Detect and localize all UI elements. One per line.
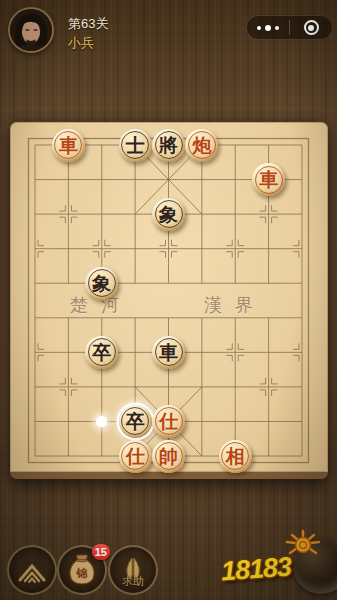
piece-character: 車 [259, 170, 278, 189]
piece-character: 卒 [92, 343, 111, 362]
avatar-portrait [10, 9, 52, 51]
level-label: 第63关 [68, 15, 108, 33]
piece-red-仕[interactable]: 仕 [152, 405, 185, 438]
piece-character: 帥 [159, 447, 178, 466]
player-name-label: 小兵 [68, 34, 94, 52]
piece-red-相[interactable]: 相 [219, 440, 252, 473]
hint-bag-char: 锦 [77, 565, 88, 580]
piece-red-車[interactable]: 車 [52, 129, 85, 162]
xiangqi-board[interactable]: 楚河 漢界 車士將炮車象象卒車卒仕仕帥相 [10, 122, 328, 479]
help-label: 求助 [122, 574, 144, 589]
piece-red-車[interactable]: 車 [252, 163, 285, 196]
miniprogram-capsule [246, 15, 333, 40]
player-avatar[interactable] [8, 7, 54, 53]
piece-character: 仕 [159, 412, 178, 431]
piece-red-炮[interactable]: 炮 [185, 129, 218, 162]
xiangqi-app: 第63关 小兵 楚河 漢界 車士將炮車象象卒車卒仕仕帥相 锦 15 [0, 0, 337, 600]
exit-button[interactable] [290, 16, 332, 39]
piece-character: 象 [159, 205, 178, 224]
piece-black-將[interactable]: 將 [152, 129, 185, 162]
exit-target-icon [304, 20, 319, 35]
piece-character: 車 [59, 136, 78, 155]
piece-black-士[interactable]: 士 [119, 129, 152, 162]
piece-black-卒[interactable]: 卒 [119, 405, 152, 438]
piece-character: 卒 [126, 412, 145, 431]
more-button[interactable] [247, 16, 289, 39]
piece-black-象[interactable]: 象 [85, 267, 118, 300]
piece-character: 士 [126, 136, 145, 155]
piece-red-帥[interactable]: 帥 [152, 440, 185, 473]
piece-character: 將 [159, 136, 178, 155]
piece-character: 相 [226, 447, 245, 466]
help-button[interactable]: 求助 [108, 545, 158, 595]
piece-character: 仕 [126, 447, 145, 466]
piece-black-車[interactable]: 車 [152, 336, 185, 369]
hint-count-badge: 15 [92, 544, 110, 560]
piece-black-卒[interactable]: 卒 [85, 336, 118, 369]
piece-red-仕[interactable]: 仕 [119, 440, 152, 473]
chevron-stack-icon [16, 556, 48, 584]
hint-bag-button[interactable]: 锦 15 [57, 545, 107, 595]
more-dots-icon [257, 25, 279, 31]
piece-character: 車 [159, 343, 178, 362]
piece-black-象[interactable]: 象 [152, 198, 185, 231]
menu-button[interactable] [7, 545, 57, 595]
piece-character: 炮 [192, 136, 211, 155]
watermark-18183: 18183 [219, 532, 337, 598]
piece-character: 象 [92, 274, 111, 293]
watermark-text: 18183 [220, 552, 292, 588]
river-label-right: 漢界 [204, 293, 266, 317]
